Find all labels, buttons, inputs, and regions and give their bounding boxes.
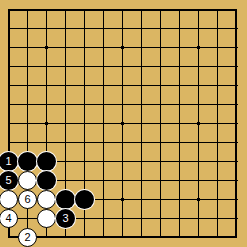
white-stone-move-4: 4: [0, 209, 18, 229]
white-stone-B4: [18, 171, 38, 191]
black-stone-move-1: 1: [0, 152, 18, 172]
go-board: 156432: [0, 0, 246, 247]
move-number-label: 2: [24, 232, 30, 243]
white-stone-A3: [0, 190, 18, 210]
white-stone-C3: [37, 190, 57, 210]
move-number-label: 3: [62, 213, 68, 224]
black-stone-E3: [75, 190, 95, 210]
move-number-label: 5: [5, 175, 11, 186]
white-stone-C2: [37, 209, 57, 229]
go-board-diagram: 156432: [0, 0, 247, 247]
move-number-label: 1: [5, 156, 11, 167]
black-stone-move-3: 3: [56, 209, 76, 229]
black-stone-move-5: 5: [0, 171, 18, 191]
black-stone-D3: [56, 190, 76, 210]
black-stone-C5: [37, 152, 57, 172]
black-stone-C4: [37, 171, 57, 191]
black-stone-B5: [18, 152, 38, 172]
white-stone-move-6: 6: [18, 190, 38, 210]
move-number-label: 6: [24, 194, 30, 205]
white-stone-move-2: 2: [18, 228, 38, 247]
move-number-label: 4: [5, 213, 11, 224]
